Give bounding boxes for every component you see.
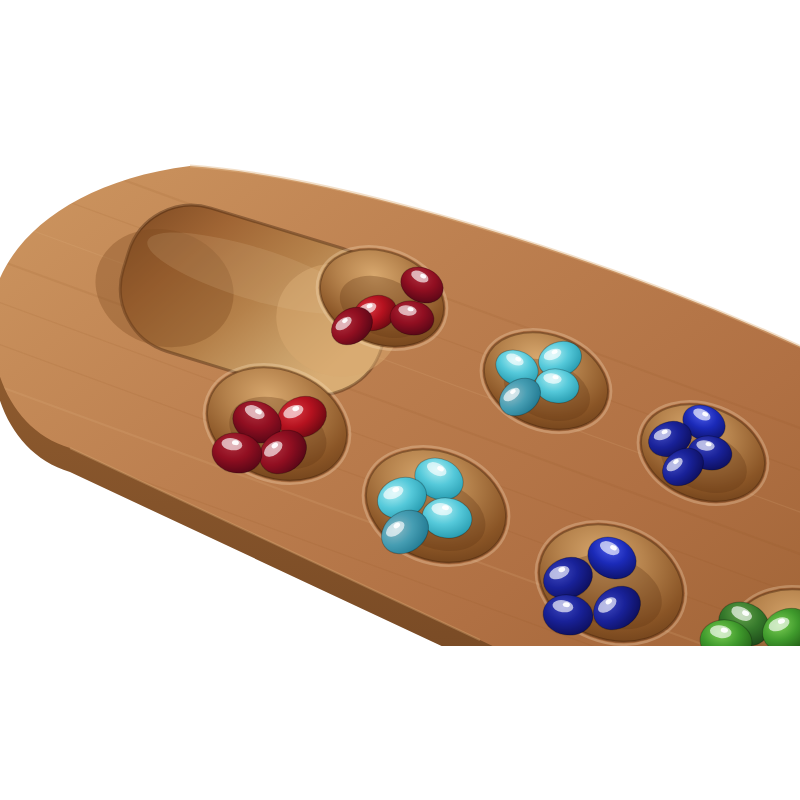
photo-area [0,0,800,646]
product-photo [0,0,800,800]
mancala-board [0,0,800,646]
